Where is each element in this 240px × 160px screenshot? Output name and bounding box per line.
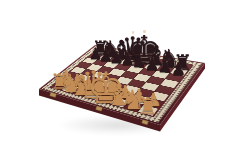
piece-black-pawn-h7[interactable]: ♟ (170, 61, 187, 78)
product-photo-stage: ♜♞♝♛♚♝♞♜♟♟♟♟♟♟♟♟♟♟♟♟♟♟♟♟♜♞♝♛♚♝♞♜ (0, 0, 240, 160)
pieces-layer: ♜♞♝♛♚♝♞♜♟♟♟♟♟♟♟♟♟♟♟♟♟♟♟♟♜♞♝♛♚♝♞♜ (0, 0, 240, 160)
piece-white-rook-h1[interactable]: ♜ (136, 94, 159, 117)
pale-finial-tip (143, 30, 145, 33)
